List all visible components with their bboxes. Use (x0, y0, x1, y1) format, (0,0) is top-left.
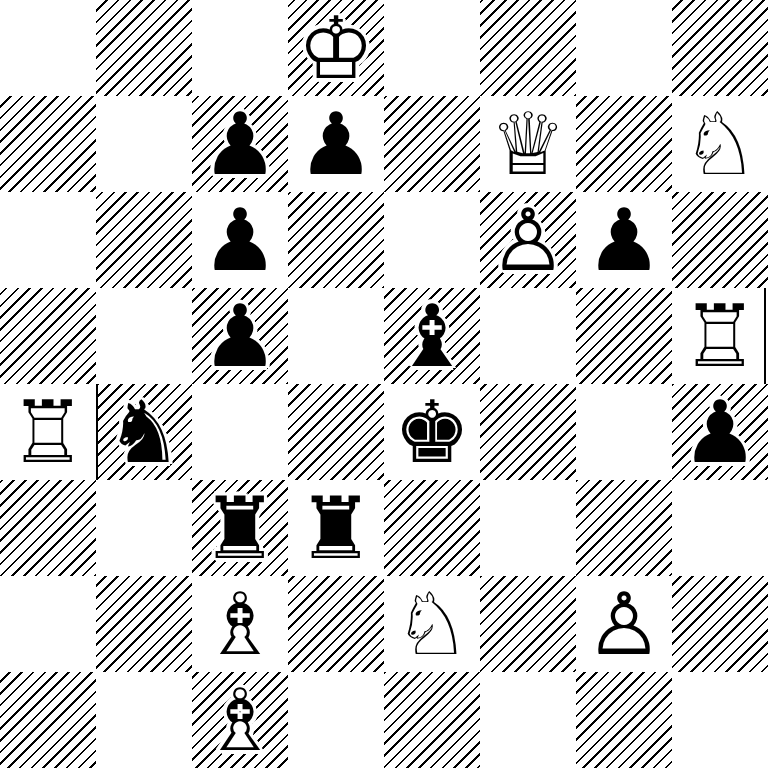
square-f6[interactable]: ♟♙ (480, 192, 576, 288)
square-b1[interactable] (96, 672, 192, 768)
square-a3[interactable] (0, 480, 96, 576)
square-c8[interactable] (192, 0, 288, 96)
black-bishop[interactable]: ♝♝ (384, 288, 480, 384)
square-h3[interactable] (672, 480, 768, 576)
piece-glyph: ♟ (192, 192, 288, 288)
square-f3[interactable] (480, 480, 576, 576)
square-f4[interactable] (480, 384, 576, 480)
square-edge-mark-h5 (764, 288, 766, 384)
square-c2[interactable]: ♝♗ (192, 576, 288, 672)
square-c7[interactable]: ♟♟ (192, 96, 288, 192)
square-e8[interactable] (384, 0, 480, 96)
square-e3[interactable] (384, 480, 480, 576)
piece-glyph: ♙ (480, 192, 576, 288)
square-c3[interactable]: ♜♜ (192, 480, 288, 576)
black-pawn[interactable]: ♟♟ (192, 192, 288, 288)
piece-glyph: ♗ (192, 672, 288, 768)
square-a4[interactable]: ♜♖ (0, 384, 96, 480)
piece-glyph: ♙ (576, 576, 672, 672)
white-pawn[interactable]: ♟♙ (576, 576, 672, 672)
square-c4[interactable] (192, 384, 288, 480)
piece-glyph: ♟ (672, 384, 768, 480)
white-pawn[interactable]: ♟♙ (480, 192, 576, 288)
square-b8[interactable] (96, 0, 192, 96)
square-a8[interactable] (0, 0, 96, 96)
piece-glyph: ♟ (192, 288, 288, 384)
square-g7[interactable] (576, 96, 672, 192)
piece-glyph: ♖ (0, 384, 96, 480)
square-f8[interactable] (480, 0, 576, 96)
square-b2[interactable] (96, 576, 192, 672)
square-a5[interactable] (0, 288, 96, 384)
black-knight[interactable]: ♞♞ (96, 384, 192, 480)
square-g1[interactable] (576, 672, 672, 768)
piece-glyph: ♝ (384, 288, 480, 384)
square-c6[interactable]: ♟♟ (192, 192, 288, 288)
piece-glyph: ♗ (192, 576, 288, 672)
square-a2[interactable] (0, 576, 96, 672)
square-d4[interactable] (288, 384, 384, 480)
white-king[interactable]: ♚♔ (288, 0, 384, 96)
square-b4[interactable]: ♞♞ (96, 384, 192, 480)
square-f2[interactable] (480, 576, 576, 672)
black-pawn[interactable]: ♟♟ (192, 288, 288, 384)
square-e4[interactable]: ♚♚ (384, 384, 480, 480)
square-h7[interactable]: ♞♘ (672, 96, 768, 192)
piece-glyph: ♘ (672, 96, 768, 192)
white-queen[interactable]: ♛♕ (480, 96, 576, 192)
black-pawn[interactable]: ♟♟ (576, 192, 672, 288)
square-h6[interactable] (672, 192, 768, 288)
square-b6[interactable] (96, 192, 192, 288)
black-pawn[interactable]: ♟♟ (288, 96, 384, 192)
square-b5[interactable] (96, 288, 192, 384)
square-e5[interactable]: ♝♝ (384, 288, 480, 384)
piece-glyph: ♚ (384, 384, 480, 480)
piece-glyph: ♞ (96, 384, 192, 480)
white-knight[interactable]: ♞♘ (672, 96, 768, 192)
white-rook[interactable]: ♜♖ (672, 288, 768, 384)
square-edge-mark-b4 (96, 384, 98, 480)
white-knight[interactable]: ♞♘ (384, 576, 480, 672)
square-g2[interactable]: ♟♙ (576, 576, 672, 672)
square-b3[interactable] (96, 480, 192, 576)
square-g8[interactable] (576, 0, 672, 96)
piece-glyph: ♘ (384, 576, 480, 672)
piece-glyph: ♕ (480, 96, 576, 192)
square-g5[interactable] (576, 288, 672, 384)
piece-glyph: ♟ (192, 96, 288, 192)
square-f5[interactable] (480, 288, 576, 384)
square-g4[interactable] (576, 384, 672, 480)
square-g6[interactable]: ♟♟ (576, 192, 672, 288)
square-f1[interactable] (480, 672, 576, 768)
white-rook[interactable]: ♜♖ (0, 384, 96, 480)
square-c1[interactable]: ♝♗ (192, 672, 288, 768)
piece-glyph: ♖ (672, 288, 768, 384)
square-d1[interactable] (288, 672, 384, 768)
piece-glyph: ♜ (288, 480, 384, 576)
square-e7[interactable] (384, 96, 480, 192)
square-d8[interactable]: ♚♔ (288, 0, 384, 96)
square-c5[interactable]: ♟♟ (192, 288, 288, 384)
square-f7[interactable]: ♛♕ (480, 96, 576, 192)
white-bishop[interactable]: ♝♗ (192, 576, 288, 672)
piece-glyph: ♜ (192, 480, 288, 576)
square-g3[interactable] (576, 480, 672, 576)
chess-board: ♚♔♟♟♟♟♛♕♞♘♟♟♟♙♟♟♟♟♝♝♜♖♜♖♞♞♚♚♟♟♜♜♜♜♝♗♞♘♟♙… (0, 0, 768, 768)
white-bishop[interactable]: ♝♗ (192, 672, 288, 768)
black-pawn[interactable]: ♟♟ (672, 384, 768, 480)
square-e1[interactable] (384, 672, 480, 768)
black-rook[interactable]: ♜♜ (288, 480, 384, 576)
square-a7[interactable] (0, 96, 96, 192)
square-h4[interactable]: ♟♟ (672, 384, 768, 480)
square-d6[interactable] (288, 192, 384, 288)
square-b7[interactable] (96, 96, 192, 192)
piece-glyph: ♟ (576, 192, 672, 288)
piece-glyph: ♟ (288, 96, 384, 192)
square-e6[interactable] (384, 192, 480, 288)
square-d5[interactable] (288, 288, 384, 384)
square-d7[interactable]: ♟♟ (288, 96, 384, 192)
square-d3[interactable]: ♜♜ (288, 480, 384, 576)
piece-glyph: ♔ (288, 0, 384, 96)
black-rook[interactable]: ♜♜ (192, 480, 288, 576)
square-h2[interactable] (672, 576, 768, 672)
square-h1[interactable] (672, 672, 768, 768)
square-a6[interactable] (0, 192, 96, 288)
square-e2[interactable]: ♞♘ (384, 576, 480, 672)
black-pawn[interactable]: ♟♟ (192, 96, 288, 192)
square-h8[interactable] (672, 0, 768, 96)
black-king[interactable]: ♚♚ (384, 384, 480, 480)
square-d2[interactable] (288, 576, 384, 672)
square-h5[interactable]: ♜♖ (672, 288, 768, 384)
square-a1[interactable] (0, 672, 96, 768)
